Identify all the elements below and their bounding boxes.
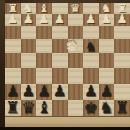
piece-black-bishop[interactable]: ♝ [37, 100, 51, 116]
piece-white-pawn[interactable]: ♟ [7, 14, 18, 26]
square-b4[interactable] [99, 39, 115, 53]
piece-black-rook[interactable]: ♜ [6, 100, 20, 116]
square-b5[interactable] [99, 53, 115, 68]
square-d6[interactable] [68, 68, 84, 84]
square-h3[interactable] [5, 26, 21, 39]
square-e7[interactable]: ♟ [52, 84, 68, 100]
square-f2[interactable]: ♟ [36, 14, 52, 26]
square-a6[interactable] [114, 68, 130, 84]
square-h8[interactable]: ♜ [5, 100, 21, 117]
square-g5[interactable] [21, 53, 37, 68]
square-e5[interactable] [52, 53, 68, 68]
square-a4[interactable] [114, 39, 130, 53]
square-b2[interactable]: ♟ [99, 14, 115, 26]
piece-black-rook[interactable]: ♜ [115, 100, 129, 116]
square-h4[interactable] [5, 39, 21, 53]
square-d8[interactable] [68, 100, 84, 117]
square-g2[interactable]: ♟ [21, 14, 37, 26]
square-d7[interactable] [68, 84, 84, 100]
square-d4[interactable]: ♚ [68, 39, 84, 53]
square-c5[interactable] [83, 53, 99, 68]
piece-black-pawn[interactable]: ♟ [53, 84, 67, 99]
square-b3[interactable] [99, 26, 115, 39]
square-e3[interactable] [52, 26, 68, 39]
chessboard-photo: ♜♞♝♛♞♜♟♟♟♟♟♟♟♚♞♟♟♟♟♟♟♜♛♝♚♞♜ [0, 0, 130, 130]
piece-black-queen[interactable]: ♛ [21, 100, 35, 116]
piece-white-pawn[interactable]: ♟ [23, 14, 34, 26]
piece-black-knight[interactable]: ♞ [85, 40, 97, 53]
piece-white-pawn[interactable]: ♟ [117, 14, 128, 26]
piece-white-pawn[interactable]: ♟ [86, 14, 97, 26]
square-d5[interactable] [68, 53, 84, 68]
square-h5[interactable] [5, 53, 21, 68]
piece-white-pawn[interactable]: ♟ [39, 14, 50, 26]
square-a8[interactable]: ♜ [114, 100, 130, 117]
square-h2[interactable]: ♟ [5, 14, 21, 26]
square-f4[interactable] [36, 39, 52, 53]
square-g8[interactable]: ♛ [21, 100, 37, 117]
square-b8[interactable]: ♞ [99, 100, 115, 117]
piece-black-knight[interactable]: ♞ [99, 100, 113, 116]
piece-black-king[interactable]: ♚ [84, 100, 98, 116]
square-c3[interactable] [83, 26, 99, 39]
square-f5[interactable] [36, 53, 52, 68]
square-a5[interactable] [114, 53, 130, 68]
square-c2[interactable]: ♟ [83, 14, 99, 26]
board-frame-left [0, 0, 5, 127]
board-frame-bottom [0, 116, 130, 127]
chess-board: ♜♞♝♛♞♜♟♟♟♟♟♟♟♚♞♟♟♟♟♟♟♜♛♝♚♞♜ [5, 3, 130, 116]
square-f8[interactable]: ♝ [36, 100, 52, 117]
square-g3[interactable] [21, 26, 37, 39]
piece-white-pawn[interactable]: ♟ [54, 14, 65, 26]
square-c4[interactable]: ♞ [83, 39, 99, 53]
table-edge [0, 127, 130, 130]
square-a2[interactable]: ♟ [114, 14, 130, 26]
square-f3[interactable] [36, 26, 52, 39]
square-e2[interactable]: ♟ [52, 14, 68, 26]
square-d2[interactable] [68, 14, 84, 26]
square-g4[interactable] [21, 39, 37, 53]
square-a3[interactable] [114, 26, 130, 39]
square-d1[interactable]: ♛ [68, 3, 84, 14]
piece-white-queen[interactable]: ♛ [70, 3, 80, 14]
piece-white-pawn[interactable]: ♟ [101, 14, 112, 26]
square-e8[interactable] [52, 100, 68, 117]
square-c8[interactable]: ♚ [83, 100, 99, 117]
